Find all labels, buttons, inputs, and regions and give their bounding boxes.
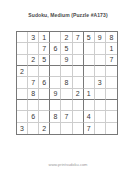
cell-r5c5: 8: [61, 77, 72, 88]
cell-r6c7: 1: [84, 89, 95, 100]
cell-r9c2: [28, 123, 39, 134]
cell-r3c1: [17, 55, 28, 66]
cell-r4c9: [106, 66, 117, 77]
cell-r4c6: [73, 66, 84, 77]
cell-r4c7: [84, 66, 95, 77]
cell-r5c8: 3: [95, 77, 106, 88]
cell-r7c3: [39, 100, 50, 111]
cell-r3c2: 2: [28, 55, 39, 66]
cell-r7c7: [84, 100, 95, 111]
cell-r1c6: 7: [73, 32, 84, 43]
cell-r2c8: [95, 43, 106, 54]
cell-r5c6: [73, 77, 84, 88]
cell-r1c3: 1: [39, 32, 50, 43]
cell-r8c5: 7: [61, 111, 72, 122]
cell-r6c3: [39, 89, 50, 100]
cell-r1c5: 2: [61, 32, 72, 43]
cell-r3c3: 5: [39, 55, 50, 66]
cell-r5c2: 7: [28, 77, 39, 88]
cell-r6c8: [95, 89, 106, 100]
cell-r4c8: [95, 66, 106, 77]
cell-r7c1: [17, 100, 28, 111]
cell-r8c4: 8: [50, 111, 61, 122]
cell-r1c2: 3: [28, 32, 39, 43]
cell-r2c7: [84, 43, 95, 54]
cell-r6c1: [17, 89, 28, 100]
cell-r8c1: [17, 111, 28, 122]
cell-r1c4: [50, 32, 61, 43]
cell-r8c7: 4: [84, 111, 95, 122]
cell-r9c4: [50, 123, 61, 134]
cell-r1c8: 9: [95, 32, 106, 43]
cell-r9c1: 3: [17, 123, 28, 134]
cell-r7c6: [73, 100, 84, 111]
cell-r3c6: [73, 55, 84, 66]
sudoku-grid: 3127598765125972768389216874327: [16, 31, 118, 135]
cell-r4c3: [39, 66, 50, 77]
cell-r3c7: [84, 55, 95, 66]
cell-r2c1: [17, 43, 28, 54]
cell-r7c4: [50, 100, 61, 111]
cell-r2c3: 7: [39, 43, 50, 54]
cell-r9c6: [73, 123, 84, 134]
cell-r5c3: 6: [39, 77, 50, 88]
cell-r8c2: 6: [28, 111, 39, 122]
cell-r8c8: [95, 111, 106, 122]
cell-r8c6: [73, 111, 84, 122]
cell-r5c1: [17, 77, 28, 88]
cell-r3c4: [50, 55, 61, 66]
cell-r6c9: [106, 89, 117, 100]
cell-r4c4: [50, 66, 61, 77]
cell-r5c7: [84, 77, 95, 88]
cell-r9c3: 2: [39, 123, 50, 134]
cell-r7c2: [28, 100, 39, 111]
cell-r2c2: [28, 43, 39, 54]
cell-r2c9: 1: [106, 43, 117, 54]
footer-url: www.printsudoku.com: [0, 162, 136, 167]
cell-r1c9: 8: [106, 32, 117, 43]
cell-r2c5: 5: [61, 43, 72, 54]
cell-r9c5: [61, 123, 72, 134]
cell-r8c3: [39, 111, 50, 122]
cell-r3c8: [95, 55, 106, 66]
cell-r6c2: 8: [28, 89, 39, 100]
cell-r6c6: 2: [73, 89, 84, 100]
cell-r6c4: 9: [50, 89, 61, 100]
cell-r5c4: [50, 77, 61, 88]
cell-r1c7: 5: [84, 32, 95, 43]
sudoku-page: Sudoku, Medium (Puzzle #A173) 3127598765…: [0, 0, 136, 176]
cell-r7c8: [95, 100, 106, 111]
cell-r6c5: [61, 89, 72, 100]
cell-r4c1: 2: [17, 66, 28, 77]
cell-r3c9: 7: [106, 55, 117, 66]
cell-r9c8: [95, 123, 106, 134]
cell-r7c9: [106, 100, 117, 111]
cell-r8c9: [106, 111, 117, 122]
cell-r9c9: [106, 123, 117, 134]
cell-r9c7: 7: [84, 123, 95, 134]
cell-r3c5: 9: [61, 55, 72, 66]
cell-r2c6: [73, 43, 84, 54]
cell-r4c2: [28, 66, 39, 77]
cell-r2c4: 6: [50, 43, 61, 54]
cell-r7c5: [61, 100, 72, 111]
cell-r1c1: [17, 32, 28, 43]
page-title: Sudoku, Medium (Puzzle #A173): [0, 12, 136, 18]
cell-r5c9: [106, 77, 117, 88]
cell-r4c5: [61, 66, 72, 77]
